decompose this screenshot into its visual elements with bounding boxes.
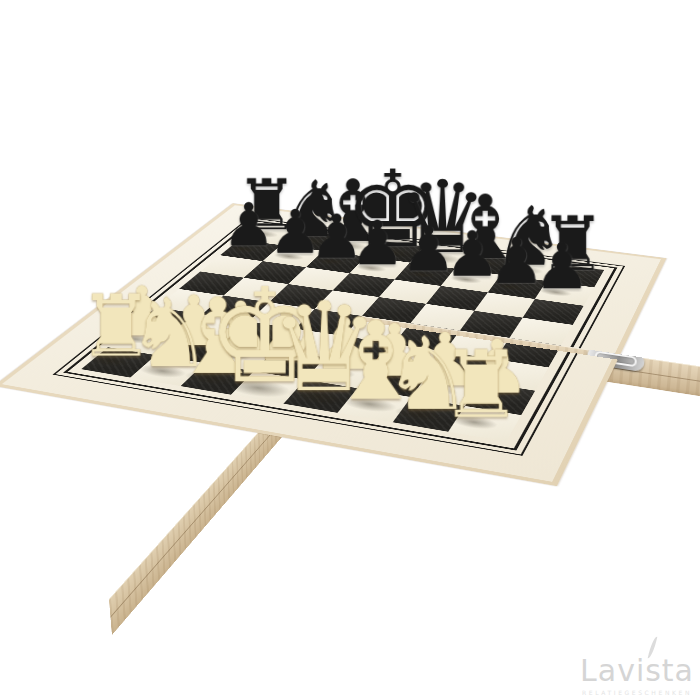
watermark-brand: Lavista — [580, 653, 694, 688]
piece-shadow — [83, 352, 137, 369]
piece-shadow — [114, 333, 157, 346]
piece-shadow — [165, 342, 208, 356]
piece-shadow — [497, 262, 547, 276]
piece-shadow — [282, 234, 330, 247]
piece-shadow — [467, 389, 512, 404]
piece-shadow — [312, 256, 349, 266]
pieces-layer: ♜♞♝♚♛♝♞♜♟♟♟♟♟♟♟♟♟♟♟♟♟♟♟♟♜♞♝♚♛♝♞♜ — [0, 203, 666, 486]
watermark-tagline: RELATIEGESCHENKEN — [580, 689, 694, 696]
piece-shadow — [212, 349, 255, 363]
piece-shadow — [336, 393, 403, 416]
chess-board: ♜♞♝♚♛♝♞♜♟♟♟♟♟♟♟♟♟♟♟♟♟♟♟♟♜♞♝♚♛♝♞♜ — [0, 203, 666, 486]
piece-glyph: ♚ — [345, 156, 441, 263]
piece-shadow — [403, 269, 441, 280]
piece-shadow — [415, 382, 460, 397]
piece-shadow — [366, 373, 410, 388]
piece-shadow — [133, 362, 192, 381]
watermark: Lavista RELATIEGESCHENKEN — [580, 653, 694, 696]
piece-shadow — [389, 404, 451, 426]
piece-shadow — [446, 412, 502, 432]
piece-shadow — [258, 358, 302, 372]
product-photo-scene: ♜♞♝♚♛♝♞♜♟♟♟♟♟♟♟♟♟♟♟♟♟♟♟♟♜♞♝♚♛♝♞♜ Lavista… — [0, 0, 700, 700]
piece-shadow — [239, 228, 282, 239]
